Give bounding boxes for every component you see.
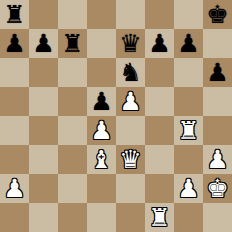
square-d3[interactable]: ♝ xyxy=(87,145,116,174)
square-e6[interactable]: ♞ xyxy=(116,58,145,87)
square-e5[interactable]: ♟ xyxy=(116,87,145,116)
square-c6[interactable] xyxy=(58,58,87,87)
square-c4[interactable] xyxy=(58,116,87,145)
square-f8[interactable] xyxy=(145,0,174,29)
square-d2[interactable] xyxy=(87,174,116,203)
white-bishop[interactable]: ♝ xyxy=(90,145,112,174)
square-b5[interactable] xyxy=(29,87,58,116)
black-rook[interactable]: ♜ xyxy=(61,29,83,58)
square-h8[interactable]: ♚ xyxy=(203,0,232,29)
square-g8[interactable] xyxy=(174,0,203,29)
square-b6[interactable] xyxy=(29,58,58,87)
square-f1[interactable]: ♜ xyxy=(145,203,174,232)
white-pawn[interactable]: ♟ xyxy=(206,145,228,174)
square-d7[interactable] xyxy=(87,29,116,58)
square-g1[interactable] xyxy=(174,203,203,232)
white-queen[interactable]: ♛ xyxy=(119,145,141,174)
square-b2[interactable] xyxy=(29,174,58,203)
square-h2[interactable]: ♚ xyxy=(203,174,232,203)
square-h1[interactable] xyxy=(203,203,232,232)
square-d4[interactable]: ♟ xyxy=(87,116,116,145)
square-d1[interactable] xyxy=(87,203,116,232)
square-h6[interactable]: ♟ xyxy=(203,58,232,87)
square-c2[interactable] xyxy=(58,174,87,203)
white-pawn[interactable]: ♟ xyxy=(90,116,112,145)
square-g7[interactable]: ♟ xyxy=(174,29,203,58)
square-g6[interactable] xyxy=(174,58,203,87)
square-b1[interactable] xyxy=(29,203,58,232)
square-a6[interactable] xyxy=(0,58,29,87)
square-a5[interactable] xyxy=(0,87,29,116)
black-rook[interactable]: ♜ xyxy=(3,0,25,29)
white-pawn[interactable]: ♟ xyxy=(119,87,141,116)
square-f6[interactable] xyxy=(145,58,174,87)
square-c5[interactable] xyxy=(58,87,87,116)
square-f7[interactable]: ♟ xyxy=(145,29,174,58)
black-pawn[interactable]: ♟ xyxy=(32,29,54,58)
square-c1[interactable] xyxy=(58,203,87,232)
white-pawn[interactable]: ♟ xyxy=(177,174,199,203)
square-h7[interactable] xyxy=(203,29,232,58)
white-rook[interactable]: ♜ xyxy=(177,116,199,145)
square-g4[interactable]: ♜ xyxy=(174,116,203,145)
square-c3[interactable] xyxy=(58,145,87,174)
square-b8[interactable] xyxy=(29,0,58,29)
square-b7[interactable]: ♟ xyxy=(29,29,58,58)
square-a4[interactable] xyxy=(0,116,29,145)
square-g2[interactable]: ♟ xyxy=(174,174,203,203)
square-f4[interactable] xyxy=(145,116,174,145)
square-a1[interactable] xyxy=(0,203,29,232)
square-d8[interactable] xyxy=(87,0,116,29)
square-a7[interactable]: ♟ xyxy=(0,29,29,58)
square-e4[interactable] xyxy=(116,116,145,145)
square-h3[interactable]: ♟ xyxy=(203,145,232,174)
square-b4[interactable] xyxy=(29,116,58,145)
square-e8[interactable] xyxy=(116,0,145,29)
square-f2[interactable] xyxy=(145,174,174,203)
square-c8[interactable] xyxy=(58,0,87,29)
square-f3[interactable] xyxy=(145,145,174,174)
black-pawn[interactable]: ♟ xyxy=(206,58,228,87)
square-g3[interactable] xyxy=(174,145,203,174)
black-king[interactable]: ♚ xyxy=(206,0,228,29)
white-king[interactable]: ♚ xyxy=(206,174,228,203)
square-a2[interactable]: ♟ xyxy=(0,174,29,203)
square-d6[interactable] xyxy=(87,58,116,87)
white-pawn[interactable]: ♟ xyxy=(3,174,25,203)
square-a8[interactable]: ♜ xyxy=(0,0,29,29)
square-c7[interactable]: ♜ xyxy=(58,29,87,58)
black-pawn[interactable]: ♟ xyxy=(148,29,170,58)
square-b3[interactable] xyxy=(29,145,58,174)
square-h5[interactable] xyxy=(203,87,232,116)
chess-board: ♜♚♟♟♜♛♟♟♞♟♟♟♟♜♝♛♟♟♟♚♜ xyxy=(0,0,232,232)
square-g5[interactable] xyxy=(174,87,203,116)
black-knight[interactable]: ♞ xyxy=(119,58,141,87)
square-d5[interactable]: ♟ xyxy=(87,87,116,116)
square-e3[interactable]: ♛ xyxy=(116,145,145,174)
square-e1[interactable] xyxy=(116,203,145,232)
square-h4[interactable] xyxy=(203,116,232,145)
black-pawn[interactable]: ♟ xyxy=(90,87,112,116)
black-pawn[interactable]: ♟ xyxy=(3,29,25,58)
black-pawn[interactable]: ♟ xyxy=(177,29,199,58)
square-e2[interactable] xyxy=(116,174,145,203)
square-f5[interactable] xyxy=(145,87,174,116)
white-rook[interactable]: ♜ xyxy=(148,203,170,232)
square-e7[interactable]: ♛ xyxy=(116,29,145,58)
square-a3[interactable] xyxy=(0,145,29,174)
black-queen[interactable]: ♛ xyxy=(119,29,141,58)
